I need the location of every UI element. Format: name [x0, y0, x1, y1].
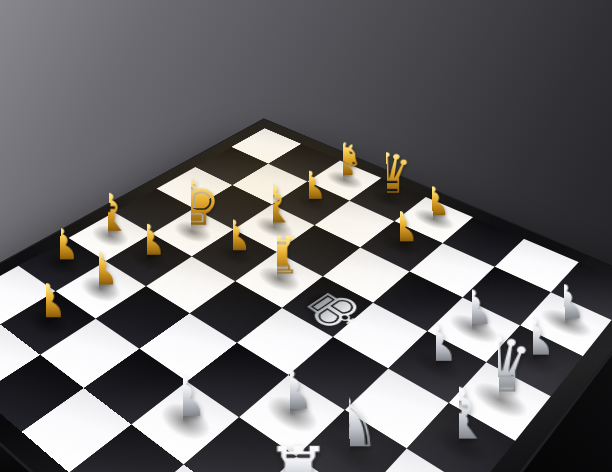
render-canvas: ♞♛♟♟♟♟♝♟♟♚♟♜♚♟♛♝♟♝♟♟♟♞♟♟♜: [0, 0, 612, 472]
gold-pawn-b3[interactable]: ♟: [99, 249, 100, 290]
silver-queen-h5[interactable]: ♛: [498, 331, 499, 401]
board-scene: ♞♛♟♟♟♟♝♟♟♚♟♜♚♟♛♝♟♝♟♟♟♞♟♟♜: [0, 0, 612, 472]
silver-bishop-h4[interactable]: ♝: [459, 382, 460, 447]
chess-board: ♞♛♟♟♟♟♝♟♟♚♟♜♚♟♛♝♟♝♟♟♟♞♟♟♜: [0, 119, 612, 472]
gold-bishop-a4[interactable]: ♝: [108, 189, 109, 237]
piece-shadow: [297, 286, 359, 325]
gold-pawn-a3[interactable]: ♟: [60, 225, 61, 264]
gold-pawn-b2[interactable]: ♟: [46, 280, 47, 323]
silver-pawn-h7[interactable]: ♟: [564, 281, 565, 324]
